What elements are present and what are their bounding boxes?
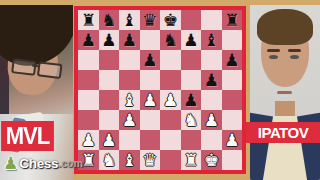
chesscom-logo: ♟ Chess .com — [3, 152, 83, 174]
piece-black-pawn: ♟ — [142, 52, 157, 69]
square-d8: ♛ — [140, 10, 161, 30]
hair-top — [257, 9, 313, 45]
chesscom-pawn-icon: ♟ — [3, 153, 18, 173]
square-a4 — [78, 90, 99, 110]
square-g2 — [201, 130, 222, 150]
square-f1: ♜ — [181, 150, 202, 170]
square-e4: ♟ — [160, 90, 181, 110]
piece-white-bishop: ♝ — [122, 92, 137, 109]
board-grid: ♜♞♝♛♚♜♟♟♟♞♟♝♟♟♟♝♟♟♟♟♞♟♟♟♟♜♞♝♛♜♚ — [78, 10, 242, 170]
square-g4 — [201, 90, 222, 110]
square-c2 — [119, 130, 140, 150]
square-b5 — [99, 70, 120, 90]
piece-black-rook: ♜ — [81, 12, 96, 29]
square-h5 — [222, 70, 243, 90]
piece-white-queen: ♛ — [142, 152, 157, 169]
square-h3 — [222, 110, 243, 130]
square-b2: ♟ — [99, 130, 120, 150]
square-b3 — [99, 110, 120, 130]
piece-black-pawn: ♟ — [183, 92, 198, 109]
square-c4: ♝ — [119, 90, 140, 110]
piece-black-bishop: ♝ — [122, 12, 137, 29]
square-c1: ♝ — [119, 150, 140, 170]
piece-black-rook: ♜ — [224, 12, 239, 29]
square-h6: ♟ — [222, 50, 243, 70]
square-e1 — [160, 150, 181, 170]
piece-white-pawn: ♟ — [122, 112, 137, 129]
piece-white-knight: ♞ — [183, 112, 198, 129]
square-e6 — [160, 50, 181, 70]
square-f6 — [181, 50, 202, 70]
piece-black-knight: ♞ — [101, 12, 116, 29]
piece-white-pawn: ♟ — [81, 132, 96, 149]
square-b8: ♞ — [99, 10, 120, 30]
piece-black-knight: ♞ — [163, 32, 178, 49]
square-h2: ♟ — [222, 130, 243, 150]
square-b1: ♞ — [99, 150, 120, 170]
piece-white-pawn: ♟ — [204, 112, 219, 129]
square-a8: ♜ — [78, 10, 99, 30]
square-h1 — [222, 150, 243, 170]
logo-brand-text: Chess — [19, 156, 58, 171]
square-e8: ♚ — [160, 10, 181, 30]
piece-white-pawn: ♟ — [142, 92, 157, 109]
square-d7 — [140, 30, 161, 50]
square-g5: ♟ — [201, 70, 222, 90]
piece-white-pawn: ♟ — [163, 92, 178, 109]
square-h4 — [222, 90, 243, 110]
square-d3 — [140, 110, 161, 130]
square-a3 — [78, 110, 99, 130]
square-d1: ♛ — [140, 150, 161, 170]
piece-white-pawn: ♟ — [101, 132, 116, 149]
piece-black-pawn: ♟ — [81, 32, 96, 49]
square-b6 — [99, 50, 120, 70]
piece-white-bishop: ♝ — [122, 152, 137, 169]
piece-black-pawn: ♟ — [101, 32, 116, 49]
square-f4: ♟ — [181, 90, 202, 110]
piece-black-pawn: ♟ — [224, 52, 239, 69]
player-name-left: MVL — [1, 121, 54, 151]
square-e2 — [160, 130, 181, 150]
square-c6 — [119, 50, 140, 70]
mouth — [277, 91, 292, 94]
piece-black-queen: ♛ — [142, 12, 157, 29]
square-g6 — [201, 50, 222, 70]
piece-black-pawn: ♟ — [183, 32, 198, 49]
square-g7: ♝ — [201, 30, 222, 50]
square-a5 — [78, 70, 99, 90]
square-a7: ♟ — [78, 30, 99, 50]
square-c8: ♝ — [119, 10, 140, 30]
square-f5 — [181, 70, 202, 90]
square-h7 — [222, 30, 243, 50]
square-d6: ♟ — [140, 50, 161, 70]
square-d5 — [140, 70, 161, 90]
piece-white-king: ♚ — [204, 152, 219, 169]
piece-black-bishop: ♝ — [204, 32, 219, 49]
square-f7: ♟ — [181, 30, 202, 50]
piece-black-pawn: ♟ — [122, 32, 137, 49]
square-c3: ♟ — [119, 110, 140, 130]
piece-white-pawn: ♟ — [224, 132, 239, 149]
logo-tld-text: .com — [58, 157, 83, 169]
eye — [290, 55, 299, 59]
square-c7: ♟ — [119, 30, 140, 50]
square-e7: ♞ — [160, 30, 181, 50]
eye — [269, 55, 278, 59]
player-name-right: IPATOV — [246, 122, 320, 143]
player-photo-right — [250, 5, 320, 180]
square-f8 — [181, 10, 202, 30]
piece-white-knight: ♞ — [101, 152, 116, 169]
square-e3 — [160, 110, 181, 130]
square-a2: ♟ — [78, 130, 99, 150]
piece-white-rook: ♜ — [183, 152, 198, 169]
square-g8 — [201, 10, 222, 30]
square-d2 — [140, 130, 161, 150]
square-f2 — [181, 130, 202, 150]
square-h8: ♜ — [222, 10, 243, 30]
piece-black-pawn: ♟ — [204, 72, 219, 89]
video-thumbnail: ♜♞♝♛♚♜♟♟♟♞♟♝♟♟♟♝♟♟♟♟♞♟♟♟♟♜♞♝♛♜♚ MVL IPAT… — [0, 0, 320, 180]
square-c5 — [119, 70, 140, 90]
square-d4: ♟ — [140, 90, 161, 110]
square-b7: ♟ — [99, 30, 120, 50]
square-f3: ♞ — [181, 110, 202, 130]
piece-black-king: ♚ — [163, 12, 178, 29]
chess-board: ♜♞♝♛♚♜♟♟♟♞♟♝♟♟♟♝♟♟♟♟♞♟♟♟♟♜♞♝♛♜♚ — [74, 6, 246, 174]
square-b4 — [99, 90, 120, 110]
square-e5 — [160, 70, 181, 90]
square-a6 — [78, 50, 99, 70]
square-g1: ♚ — [201, 150, 222, 170]
square-g3: ♟ — [201, 110, 222, 130]
